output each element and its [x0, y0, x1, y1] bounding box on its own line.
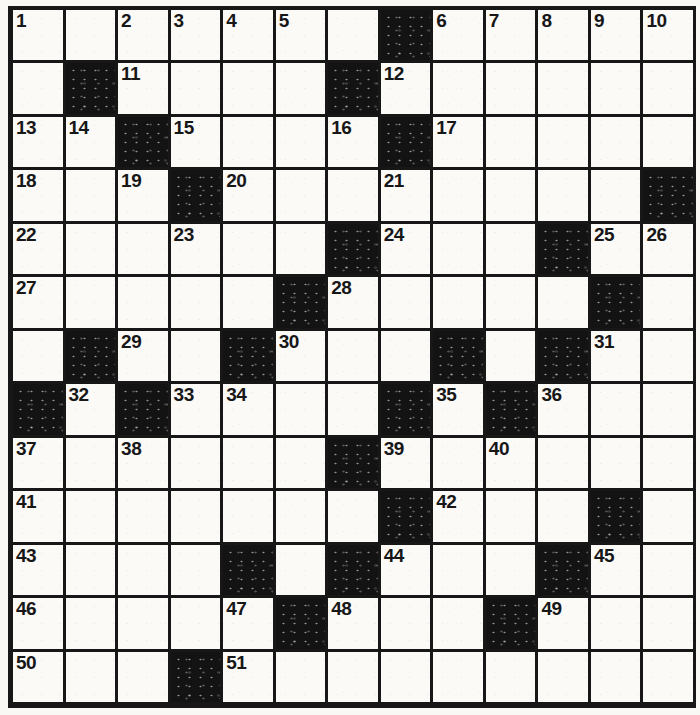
block-cell-r10c8 [381, 491, 431, 541]
cell-r1c4[interactable]: 3 [171, 10, 221, 60]
cell-r4c1[interactable]: 18 [13, 170, 63, 220]
clue-number: 41 [16, 492, 36, 511]
clue-number: 7 [489, 11, 499, 30]
cell-r8c13[interactable] [643, 384, 693, 434]
clue-number: 36 [541, 385, 561, 404]
cell-r1c11[interactable]: 8 [538, 10, 588, 60]
crossword-grid: 1234567891011121314151617181920212223242… [8, 6, 696, 708]
clue-number: 48 [331, 599, 351, 618]
block-cell-r1c8 [381, 10, 431, 60]
cell-r2c8[interactable]: 12 [381, 63, 431, 113]
cell-r2c12[interactable] [591, 63, 641, 113]
cell-r7c3[interactable]: 29 [118, 331, 168, 381]
cell-r1c9[interactable]: 6 [433, 10, 483, 60]
cell-r13c2[interactable] [66, 652, 116, 702]
cell-r13c7[interactable] [328, 652, 378, 702]
cell-r6c2[interactable] [66, 277, 116, 327]
cell-r4c10[interactable] [486, 170, 536, 220]
cell-r8c11[interactable]: 36 [538, 384, 588, 434]
cell-r5c12[interactable]: 25 [591, 224, 641, 274]
cell-r10c9[interactable]: 42 [433, 491, 483, 541]
clue-number: 19 [121, 171, 141, 190]
block-cell-r5c11 [538, 224, 588, 274]
cell-r9c12[interactable] [591, 438, 641, 488]
cell-r7c6[interactable]: 30 [276, 331, 326, 381]
cell-r3c4[interactable]: 15 [171, 117, 221, 167]
cell-r12c4[interactable] [171, 598, 221, 648]
cell-r5c10[interactable] [486, 224, 536, 274]
cell-r4c9[interactable] [433, 170, 483, 220]
cell-r3c7[interactable]: 16 [328, 117, 378, 167]
cell-r9c4[interactable] [171, 438, 221, 488]
block-cell-r4c13 [643, 170, 693, 220]
clue-number: 24 [384, 225, 404, 244]
cell-r11c2[interactable] [66, 545, 116, 595]
clue-number: 4 [226, 11, 236, 30]
cell-r2c10[interactable] [486, 63, 536, 113]
cell-r10c3[interactable] [118, 491, 168, 541]
cell-r6c4[interactable] [171, 277, 221, 327]
cell-r1c1[interactable]: 1 [13, 10, 63, 60]
cell-r11c6[interactable] [276, 545, 326, 595]
cell-r10c4[interactable] [171, 491, 221, 541]
clue-number: 22 [16, 225, 36, 244]
clue-number: 13 [16, 118, 36, 137]
cell-r12c7[interactable]: 48 [328, 598, 378, 648]
block-cell-r3c3 [118, 117, 168, 167]
block-cell-r8c3 [118, 384, 168, 434]
cell-r3c12[interactable] [591, 117, 641, 167]
clue-number: 34 [226, 385, 246, 404]
clue-number: 38 [121, 439, 141, 458]
cell-r5c8[interactable]: 24 [381, 224, 431, 274]
clue-number: 9 [594, 11, 604, 30]
clue-number: 40 [489, 439, 509, 458]
clue-number: 47 [226, 599, 246, 618]
cell-r4c2[interactable] [66, 170, 116, 220]
cell-r11c4[interactable] [171, 545, 221, 595]
cell-r6c7[interactable]: 28 [328, 277, 378, 327]
clue-number: 12 [384, 64, 404, 83]
cell-r3c6[interactable] [276, 117, 326, 167]
cell-r6c8[interactable] [381, 277, 431, 327]
clue-number: 50 [16, 653, 36, 672]
cell-r3c2[interactable]: 14 [66, 117, 116, 167]
block-cell-r7c9 [433, 331, 483, 381]
cell-r9c8[interactable]: 39 [381, 438, 431, 488]
cell-r4c12[interactable] [591, 170, 641, 220]
cell-r11c12[interactable]: 45 [591, 545, 641, 595]
clue-number: 51 [226, 653, 246, 672]
cell-r2c6[interactable] [276, 63, 326, 113]
cell-r3c5[interactable] [223, 117, 273, 167]
cell-r12c11[interactable]: 49 [538, 598, 588, 648]
clue-number: 20 [226, 171, 246, 190]
cell-r1c7[interactable] [328, 10, 378, 60]
cell-r7c4[interactable] [171, 331, 221, 381]
cell-r1c6[interactable]: 5 [276, 10, 326, 60]
cell-r7c12[interactable]: 31 [591, 331, 641, 381]
cell-r5c9[interactable] [433, 224, 483, 274]
cell-r13c10[interactable] [486, 652, 536, 702]
clue-number: 33 [174, 385, 194, 404]
cell-r12c9[interactable] [433, 598, 483, 648]
cell-r8c12[interactable] [591, 384, 641, 434]
block-cell-r2c7 [328, 63, 378, 113]
cell-r2c13[interactable] [643, 63, 693, 113]
block-cell-r12c10 [486, 598, 536, 648]
clue-number: 8 [541, 11, 551, 30]
cell-r3c10[interactable] [486, 117, 536, 167]
clue-number: 1 [16, 11, 26, 30]
block-cell-r6c12 [591, 277, 641, 327]
cell-r10c5[interactable] [223, 491, 273, 541]
clue-number: 5 [279, 11, 289, 30]
cell-r1c13[interactable]: 10 [643, 10, 693, 60]
clue-number: 18 [16, 171, 36, 190]
clue-number: 25 [594, 225, 614, 244]
cell-r8c2[interactable]: 32 [66, 384, 116, 434]
block-cell-r5c7 [328, 224, 378, 274]
clue-number: 39 [384, 439, 404, 458]
cell-r7c8[interactable] [381, 331, 431, 381]
cell-r1c2[interactable] [66, 10, 116, 60]
cell-r13c8[interactable] [381, 652, 431, 702]
clue-number: 45 [594, 546, 614, 565]
cell-r4c3[interactable]: 19 [118, 170, 168, 220]
cell-r12c13[interactable] [643, 598, 693, 648]
clue-number: 35 [436, 385, 456, 404]
cell-r6c9[interactable] [433, 277, 483, 327]
clue-number: 3 [174, 11, 184, 30]
cell-r2c1[interactable] [13, 63, 63, 113]
cell-r4c6[interactable] [276, 170, 326, 220]
cell-r3c13[interactable] [643, 117, 693, 167]
cell-r11c1[interactable]: 43 [13, 545, 63, 595]
cell-r5c5[interactable] [223, 224, 273, 274]
cell-r13c9[interactable] [433, 652, 483, 702]
cell-r9c11[interactable] [538, 438, 588, 488]
cell-r2c4[interactable] [171, 63, 221, 113]
clue-number: 26 [646, 225, 666, 244]
cell-r5c6[interactable] [276, 224, 326, 274]
cell-r6c11[interactable] [538, 277, 588, 327]
clue-number: 16 [331, 118, 351, 137]
block-cell-r7c5 [223, 331, 273, 381]
clue-number: 42 [436, 492, 456, 511]
clue-number: 30 [279, 332, 299, 351]
cell-r9c9[interactable] [433, 438, 483, 488]
cell-r10c1[interactable]: 41 [13, 491, 63, 541]
cell-r4c7[interactable] [328, 170, 378, 220]
cell-r5c4[interactable]: 23 [171, 224, 221, 274]
cell-r9c6[interactable] [276, 438, 326, 488]
cell-r3c11[interactable] [538, 117, 588, 167]
cell-r10c7[interactable] [328, 491, 378, 541]
clue-number: 32 [69, 385, 89, 404]
clue-number: 44 [384, 546, 404, 565]
clue-number: 37 [16, 439, 36, 458]
cell-r5c3[interactable] [118, 224, 168, 274]
clue-number: 29 [121, 332, 141, 351]
cell-r10c2[interactable] [66, 491, 116, 541]
cell-r11c3[interactable] [118, 545, 168, 595]
clue-number: 43 [16, 546, 36, 565]
cell-r9c10[interactable]: 40 [486, 438, 536, 488]
cell-r1c12[interactable]: 9 [591, 10, 641, 60]
cell-r13c6[interactable] [276, 652, 326, 702]
clue-number: 10 [646, 11, 666, 30]
cell-r8c6[interactable] [276, 384, 326, 434]
block-cell-r2c2 [66, 63, 116, 113]
cell-r6c5[interactable] [223, 277, 273, 327]
cell-r10c6[interactable] [276, 491, 326, 541]
cell-r9c1[interactable]: 37 [13, 438, 63, 488]
block-cell-r6c6 [276, 277, 326, 327]
cell-r12c1[interactable]: 46 [13, 598, 63, 648]
block-cell-r13c4 [171, 652, 221, 702]
clue-number: 6 [436, 11, 446, 30]
cell-r9c2[interactable] [66, 438, 116, 488]
cell-r12c3[interactable] [118, 598, 168, 648]
cell-r4c11[interactable] [538, 170, 588, 220]
cell-r13c3[interactable] [118, 652, 168, 702]
clue-number: 27 [16, 278, 36, 297]
clue-number: 28 [331, 278, 351, 297]
block-cell-r7c11 [538, 331, 588, 381]
cell-r8c9[interactable]: 35 [433, 384, 483, 434]
cell-r5c1[interactable]: 22 [13, 224, 63, 274]
cell-r4c5[interactable]: 20 [223, 170, 273, 220]
cell-r8c4[interactable]: 33 [171, 384, 221, 434]
clue-number: 31 [594, 332, 614, 351]
cell-r13c1[interactable]: 50 [13, 652, 63, 702]
clue-number: 2 [121, 11, 131, 30]
cell-r6c3[interactable] [118, 277, 168, 327]
cell-r8c5[interactable]: 34 [223, 384, 273, 434]
block-cell-r8c8 [381, 384, 431, 434]
cell-r6c1[interactable]: 27 [13, 277, 63, 327]
block-cell-r3c8 [381, 117, 431, 167]
cell-r7c10[interactable] [486, 331, 536, 381]
block-cell-r8c1 [13, 384, 63, 434]
cell-r9c5[interactable] [223, 438, 273, 488]
block-cell-r11c11 [538, 545, 588, 595]
cell-r13c11[interactable] [538, 652, 588, 702]
cell-r11c10[interactable] [486, 545, 536, 595]
cell-r7c13[interactable] [643, 331, 693, 381]
clue-number: 49 [541, 599, 561, 618]
cell-r8c7[interactable] [328, 384, 378, 434]
cell-r5c2[interactable] [66, 224, 116, 274]
cell-r12c12[interactable] [591, 598, 641, 648]
cell-r11c13[interactable] [643, 545, 693, 595]
cell-r13c12[interactable] [591, 652, 641, 702]
cell-r10c13[interactable] [643, 491, 693, 541]
cell-r7c7[interactable] [328, 331, 378, 381]
cell-r3c1[interactable]: 13 [13, 117, 63, 167]
cell-r11c9[interactable] [433, 545, 483, 595]
cell-r3c9[interactable]: 17 [433, 117, 483, 167]
cell-r1c5[interactable]: 4 [223, 10, 273, 60]
cell-r4c8[interactable]: 21 [381, 170, 431, 220]
cell-r12c2[interactable] [66, 598, 116, 648]
clue-number: 46 [16, 599, 36, 618]
cell-r1c3[interactable]: 2 [118, 10, 168, 60]
cell-r2c9[interactable] [433, 63, 483, 113]
cell-r2c11[interactable] [538, 63, 588, 113]
block-cell-r9c7 [328, 438, 378, 488]
cell-r7c1[interactable] [13, 331, 63, 381]
clue-number: 17 [436, 118, 456, 137]
cell-r6c10[interactable] [486, 277, 536, 327]
cell-r13c5[interactable]: 51 [223, 652, 273, 702]
cell-r9c13[interactable] [643, 438, 693, 488]
block-cell-r11c7 [328, 545, 378, 595]
clue-number: 14 [69, 118, 89, 137]
block-cell-r12c6 [276, 598, 326, 648]
cell-r1c10[interactable]: 7 [486, 10, 536, 60]
cell-r10c11[interactable] [538, 491, 588, 541]
clue-number: 15 [174, 118, 194, 137]
block-cell-r7c2 [66, 331, 116, 381]
block-cell-r4c4 [171, 170, 221, 220]
clue-number: 11 [121, 64, 140, 83]
cell-r5c13[interactable]: 26 [643, 224, 693, 274]
cell-r12c8[interactable] [381, 598, 431, 648]
cell-r10c10[interactable] [486, 491, 536, 541]
cell-r2c3[interactable]: 11 [118, 63, 168, 113]
block-cell-r10c12 [591, 491, 641, 541]
cell-r12c5[interactable]: 47 [223, 598, 273, 648]
cell-r11c8[interactable]: 44 [381, 545, 431, 595]
cell-r9c3[interactable]: 38 [118, 438, 168, 488]
cell-r2c5[interactable] [223, 63, 273, 113]
cell-r6c13[interactable] [643, 277, 693, 327]
clue-number: 23 [174, 225, 194, 244]
clue-number: 21 [384, 171, 404, 190]
cell-r13c13[interactable] [643, 652, 693, 702]
block-cell-r11c5 [223, 545, 273, 595]
block-cell-r8c10 [486, 384, 536, 434]
